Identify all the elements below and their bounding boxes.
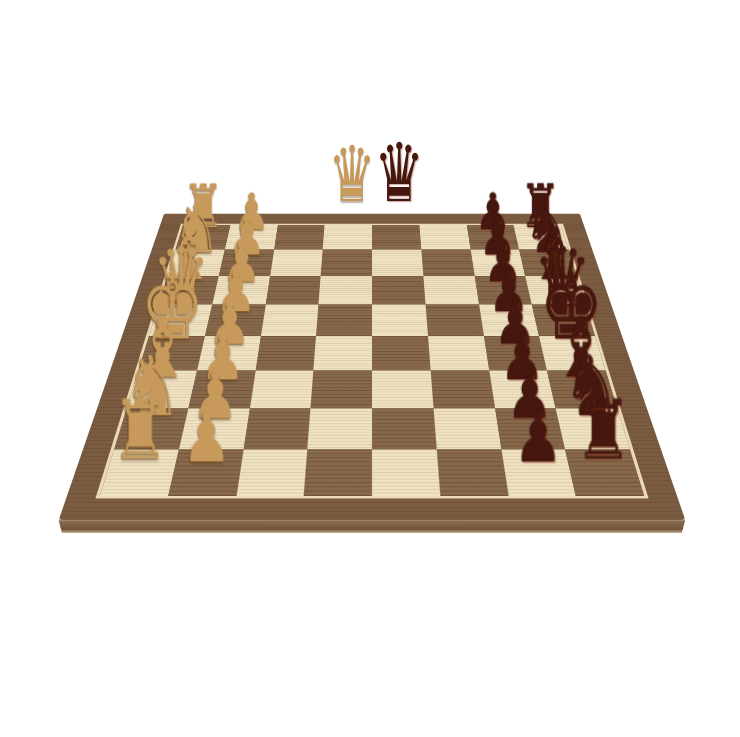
board-edge-bevel xyxy=(59,520,686,533)
piece-black-rook-h8[interactable]: ♜ xyxy=(554,390,653,472)
square-d5[interactable] xyxy=(372,305,428,336)
square-d4[interactable] xyxy=(316,305,372,336)
square-e4[interactable] xyxy=(314,336,372,370)
square-c5[interactable] xyxy=(372,276,425,305)
square-h5[interactable] xyxy=(372,450,440,496)
square-h2[interactable]: ♟ xyxy=(168,450,243,496)
chess-set-photo: ♛ ♛ ♜♟♟♜♞♟♟♞♝♟♟♝♛♟♟♛♚♟♟♚♝♟♟♝♞♟♟♞♜♟♟♜ xyxy=(0,0,740,737)
square-f5[interactable] xyxy=(372,370,433,408)
square-e5[interactable] xyxy=(372,336,430,370)
square-c4[interactable] xyxy=(319,276,372,305)
board-field: ♜♟♟♜♞♟♟♞♝♟♟♝♛♟♟♛♚♟♟♚♝♟♟♝♞♟♟♞♜♟♟♜ xyxy=(95,224,648,499)
square-h8[interactable]: ♜ xyxy=(565,450,644,496)
square-h4[interactable] xyxy=(304,450,372,496)
square-b5[interactable] xyxy=(372,249,423,275)
board-perspective-wrapper: ♜♟♟♜♞♟♟♞♝♟♟♝♛♟♟♛♚♟♟♚♝♟♟♝♞♟♟♞♜♟♟♜ xyxy=(122,86,622,586)
square-a4[interactable] xyxy=(323,225,372,249)
square-a5[interactable] xyxy=(372,225,421,249)
chess-board: ♜♟♟♜♞♟♟♞♝♟♟♝♛♟♟♛♚♟♟♚♝♟♟♝♞♟♟♞♜♟♟♜ xyxy=(59,214,686,520)
square-g5[interactable] xyxy=(372,408,436,450)
piece-white-pawn-h2[interactable]: ♟ xyxy=(157,402,256,472)
square-b4[interactable] xyxy=(321,249,372,275)
square-f4[interactable] xyxy=(311,370,372,408)
square-g4[interactable] xyxy=(308,408,372,450)
